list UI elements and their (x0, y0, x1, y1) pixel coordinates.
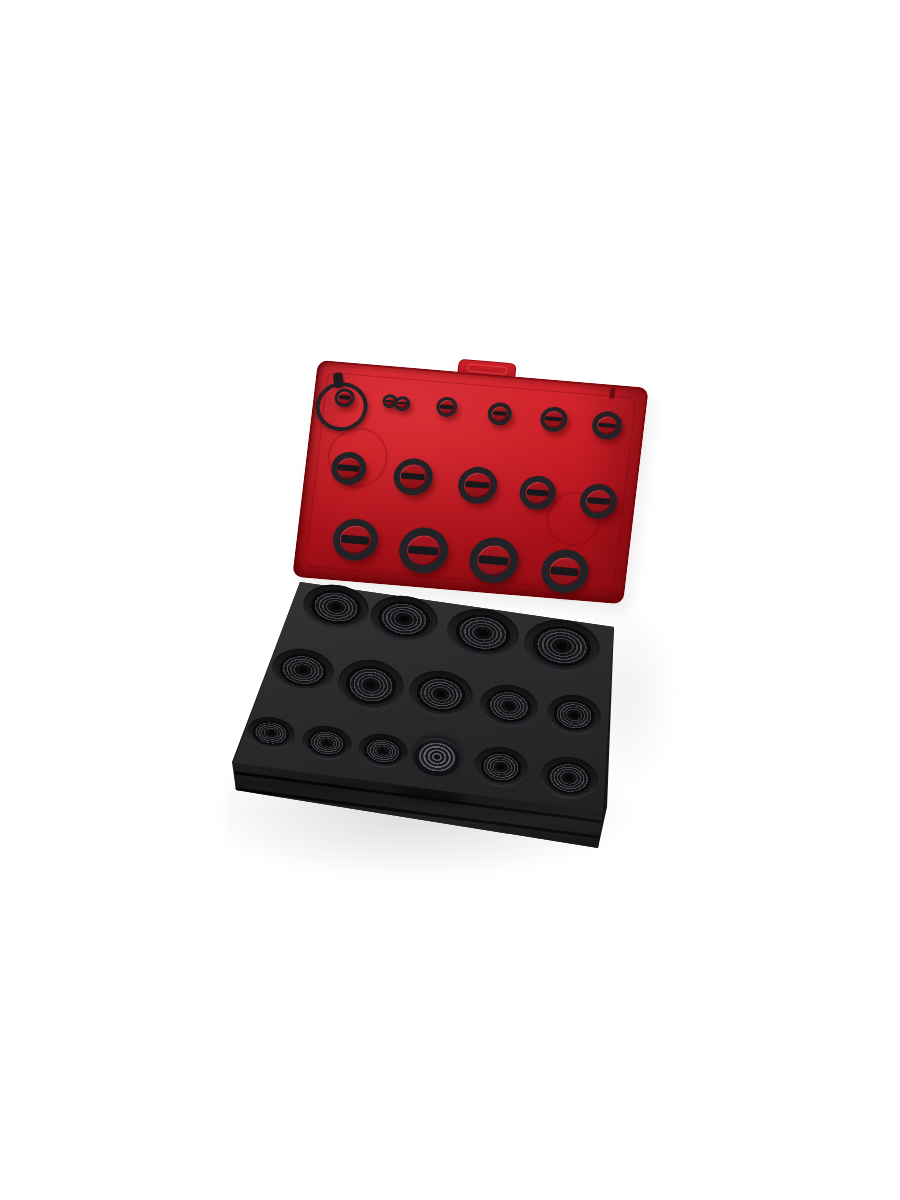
lid-face (292, 360, 649, 604)
kit-lid (292, 360, 649, 604)
product-photo (0, 0, 900, 1200)
storage-tray (225, 575, 620, 865)
ring-clip (333, 372, 344, 388)
